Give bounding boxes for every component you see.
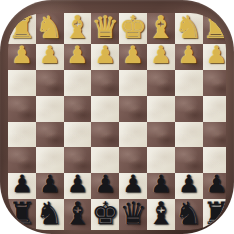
square-a4 [8,122,36,148]
square-f7: ♟ [147,44,175,70]
square-f1: ♝ [147,199,175,230]
square-c4 [64,122,92,148]
square-a7: ♟ [8,44,36,70]
square-e8: ♚ [119,13,147,44]
square-e1: ♛ [119,199,147,230]
white-knight-piece: ♞ [175,13,203,43]
white-king-piece: ♚ [119,13,147,43]
square-h5 [203,96,226,122]
screenshot-stage: ♜♞♝♛♚♝♞♜♟♟♟♟♟♟♟♟♟♟♟♟♟♟♟♟♜♞♝♚♛♝♞♜ [0,0,234,234]
white-pawn-piece: ♟ [39,43,61,67]
square-b8: ♞ [36,13,64,44]
white-bishop-piece: ♝ [147,13,175,43]
white-queen-piece: ♛ [91,13,119,43]
black-pawn-piece: ♟ [11,172,33,196]
square-g4 [175,122,203,148]
square-b5 [36,96,64,122]
square-f6 [147,70,175,96]
square-g6 [175,70,203,96]
white-rook-piece: ♜ [203,13,226,43]
square-g8: ♞ [175,13,203,44]
square-f5 [147,96,175,122]
black-pawn-piece: ♟ [122,172,144,196]
white-pawn-piece: ♟ [67,43,89,67]
white-bishop-piece: ♝ [64,13,92,43]
white-rook-piece: ♜ [8,13,36,43]
black-pawn-piece: ♟ [95,172,117,196]
square-h7: ♟ [203,44,226,70]
black-knight-piece: ♞ [175,198,203,229]
chess-app-icon[interactable]: ♜♞♝♛♚♝♞♜♟♟♟♟♟♟♟♟♟♟♟♟♟♟♟♟♜♞♝♚♛♝♞♜ [0,0,234,234]
white-pawn-piece: ♟ [11,43,33,67]
square-c1: ♝ [64,199,92,230]
white-knight-piece: ♞ [36,13,64,43]
square-a8: ♜ [8,13,36,44]
black-rook-piece: ♜ [203,198,226,229]
square-c5 [64,96,92,122]
square-h8: ♜ [203,13,226,44]
square-g5 [175,96,203,122]
square-d4 [91,122,119,148]
white-pawn-piece: ♟ [150,43,172,67]
black-king-piece: ♚ [91,198,119,229]
square-c6 [64,70,92,96]
white-pawn-piece: ♟ [122,43,144,67]
square-b4 [36,122,64,148]
square-e7: ♟ [119,44,147,70]
square-h6 [203,70,226,96]
square-f8: ♝ [147,13,175,44]
square-e4 [119,122,147,148]
black-knight-piece: ♞ [36,198,64,229]
square-b7: ♟ [36,44,64,70]
black-pawn-piece: ♟ [178,172,200,196]
square-c7: ♟ [64,44,92,70]
square-a5 [8,96,36,122]
square-b1: ♞ [36,199,64,230]
square-d8: ♛ [91,13,119,44]
square-e6 [119,70,147,96]
square-e5 [119,96,147,122]
black-pawn-piece: ♟ [39,172,61,196]
white-pawn-piece: ♟ [178,43,200,67]
square-g7: ♟ [175,44,203,70]
square-d1: ♚ [91,199,119,230]
black-bishop-piece: ♝ [147,198,175,229]
black-pawn-piece: ♟ [67,172,89,196]
black-queen-piece: ♛ [119,198,147,229]
black-pawn-piece: ♟ [150,172,172,196]
square-d6 [91,70,119,96]
square-g1: ♞ [175,199,203,230]
white-pawn-piece: ♟ [95,43,117,67]
chess-board: ♜♞♝♛♚♝♞♜♟♟♟♟♟♟♟♟♟♟♟♟♟♟♟♟♜♞♝♚♛♝♞♜ [8,13,226,230]
square-a6 [8,70,36,96]
square-a1: ♜ [8,199,36,230]
white-pawn-piece: ♟ [206,43,226,67]
square-h4 [203,122,226,148]
black-rook-piece: ♜ [8,198,36,229]
black-pawn-piece: ♟ [206,172,226,196]
square-c8: ♝ [64,13,92,44]
square-f4 [147,122,175,148]
board-frame-window: ♜♞♝♛♚♝♞♜♟♟♟♟♟♟♟♟♟♟♟♟♟♟♟♟♜♞♝♚♛♝♞♜ [8,13,226,230]
square-d5 [91,96,119,122]
square-h1: ♜ [203,199,226,230]
square-d7: ♟ [91,44,119,70]
square-b6 [36,70,64,96]
black-bishop-piece: ♝ [64,198,92,229]
